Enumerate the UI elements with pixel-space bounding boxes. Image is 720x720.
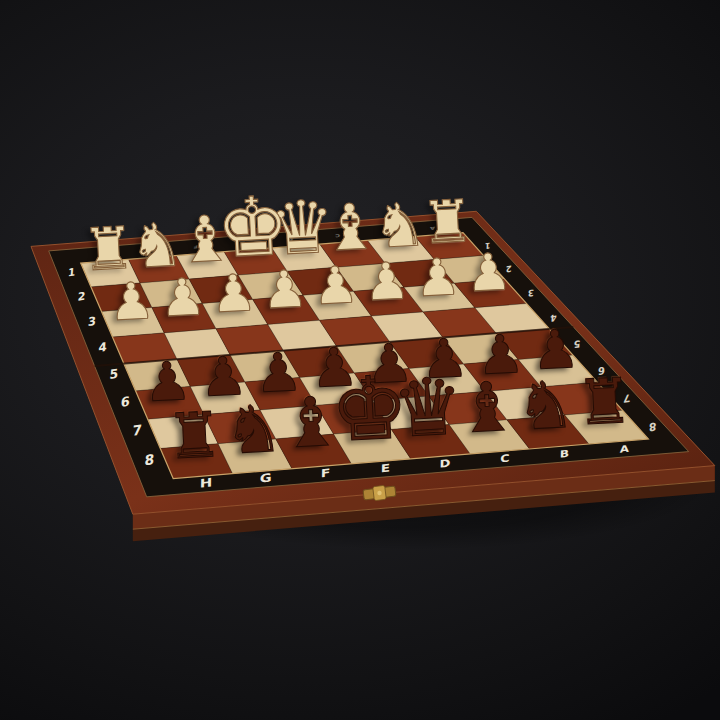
rank-label-right-6: 6 bbox=[598, 365, 605, 377]
rank-label-right-7: 7 bbox=[623, 392, 631, 405]
file-label-near-D: D bbox=[440, 457, 451, 471]
rank-label-right-8: 8 bbox=[649, 420, 657, 434]
file-label-far-B: B bbox=[383, 230, 388, 235]
rank-label-left-8: 8 bbox=[144, 451, 155, 468]
rank-label-right-3: 3 bbox=[528, 288, 534, 299]
rank-label-left-1: 1 bbox=[67, 266, 75, 280]
board-photo-scene: 1234567812345678HGFEDCBAHGFEDCBA ♜♞♝♛♚♝♞… bbox=[0, 0, 720, 720]
file-label-near-C: C bbox=[500, 452, 510, 465]
rank-label-right-4: 4 bbox=[550, 312, 557, 324]
file-label-far-E: E bbox=[240, 241, 245, 246]
file-label-far-G: G bbox=[146, 249, 151, 254]
file-label-far-F: F bbox=[193, 245, 198, 250]
file-label-far-C: C bbox=[335, 234, 340, 239]
file-label-far-D: D bbox=[287, 237, 293, 242]
rank-label-right-5: 5 bbox=[573, 338, 580, 350]
file-label-near-F: F bbox=[321, 466, 331, 480]
rank-label-left-6: 6 bbox=[120, 394, 130, 410]
file-label-near-E: E bbox=[381, 462, 390, 475]
rank-label-right-2: 2 bbox=[506, 264, 512, 275]
file-label-far-H: H bbox=[98, 252, 104, 257]
file-label-near-G: G bbox=[260, 471, 272, 486]
rank-label-left-4: 4 bbox=[98, 340, 107, 355]
file-label-near-H: H bbox=[200, 475, 213, 491]
file-label-near-B: B bbox=[560, 448, 570, 461]
chessboard: 1234567812345678HGFEDCBAHGFEDCBA bbox=[0, 0, 720, 720]
rank-label-left-5: 5 bbox=[109, 366, 119, 382]
rank-label-left-7: 7 bbox=[132, 421, 142, 438]
rank-label-right-1: 1 bbox=[484, 240, 490, 250]
file-label-near-A: A bbox=[620, 443, 630, 456]
rank-label-left-3: 3 bbox=[87, 314, 96, 329]
rank-label-left-2: 2 bbox=[77, 290, 85, 304]
